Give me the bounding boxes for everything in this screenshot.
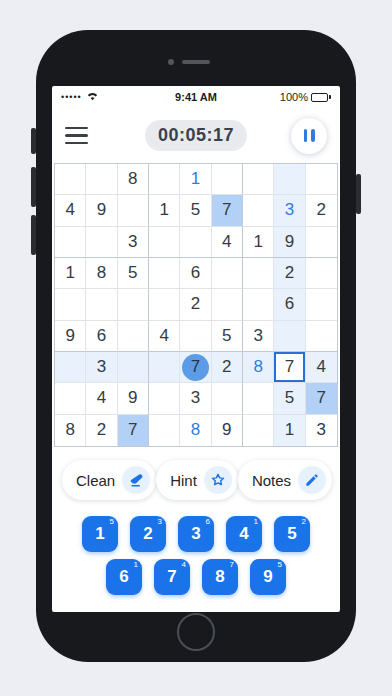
power-button xyxy=(356,174,361,214)
cell-r8c5[interactable]: 3 xyxy=(180,383,211,414)
cell-r3c2[interactable] xyxy=(86,227,117,258)
cell-r9c4[interactable] xyxy=(149,415,180,446)
numpad-button-2[interactable]: 23 xyxy=(130,516,166,552)
cell-r6c1[interactable]: 9 xyxy=(55,321,86,352)
pause-icon xyxy=(311,129,315,142)
numpad-button-1[interactable]: 15 xyxy=(82,516,118,552)
numpad-count-badge: 5 xyxy=(110,518,114,526)
cell-r8c9[interactable]: 7 xyxy=(306,383,337,414)
cell-r4c3[interactable]: 5 xyxy=(118,258,149,289)
cell-r9c1[interactable]: 8 xyxy=(55,415,86,446)
game-timer: 00:05:17 xyxy=(145,120,247,151)
cell-r9c6[interactable]: 9 xyxy=(212,415,243,446)
cell-r5c8[interactable]: 6 xyxy=(274,289,305,320)
cell-r6c9[interactable] xyxy=(306,321,337,352)
cell-r6c2[interactable]: 6 xyxy=(86,321,117,352)
numpad-row-2: 61748795 xyxy=(52,559,340,595)
numpad-button-7[interactable]: 74 xyxy=(154,559,190,595)
battery-icon xyxy=(311,93,331,102)
same-number-circle: 7 xyxy=(182,354,209,381)
cell-r4c2[interactable]: 8 xyxy=(86,258,117,289)
notes-button[interactable]: Notes xyxy=(238,460,332,500)
cell-r3c6[interactable]: 4 xyxy=(212,227,243,258)
cell-r5c2[interactable] xyxy=(86,289,117,320)
cell-r7c7[interactable]: 8 xyxy=(243,352,274,383)
cell-r9c7[interactable] xyxy=(243,415,274,446)
hint-button[interactable]: Hint xyxy=(156,460,238,500)
cell-r3c4[interactable] xyxy=(149,227,180,258)
cell-r8c2[interactable]: 4 xyxy=(86,383,117,414)
numpad-button-8[interactable]: 87 xyxy=(202,559,238,595)
numpad-button-3[interactable]: 36 xyxy=(178,516,214,552)
star-icon xyxy=(204,466,232,494)
pause-icon xyxy=(304,129,308,142)
cell-r2c6[interactable]: 7 xyxy=(212,195,243,226)
cell-r6c4[interactable]: 4 xyxy=(149,321,180,352)
cell-r3c9[interactable] xyxy=(306,227,337,258)
cell-r9c3[interactable]: 7 xyxy=(118,415,149,446)
notes-button-label: Notes xyxy=(252,472,291,489)
cell-r6c8[interactable] xyxy=(274,321,305,352)
cell-r4c4[interactable] xyxy=(149,258,180,289)
cell-r2c5[interactable]: 5 xyxy=(180,195,211,226)
numpad-count-badge: 4 xyxy=(182,561,186,569)
cell-r2c1[interactable]: 4 xyxy=(55,195,86,226)
numpad-button-9[interactable]: 95 xyxy=(250,559,286,595)
game-header: 00:05:17 xyxy=(52,108,340,163)
clean-button-label: Clean xyxy=(76,472,115,489)
cell-r1c4[interactable] xyxy=(149,164,180,195)
cell-r4c9[interactable] xyxy=(306,258,337,289)
cell-r8c3[interactable]: 9 xyxy=(118,383,149,414)
cell-r8c4[interactable] xyxy=(149,383,180,414)
cell-r9c8[interactable]: 1 xyxy=(274,415,305,446)
pencil-icon xyxy=(298,466,326,494)
tool-buttons: Clean Hint Notes xyxy=(52,460,340,500)
cell-r5c9[interactable] xyxy=(306,289,337,320)
cell-r4c5[interactable]: 6 xyxy=(180,258,211,289)
cell-r7c4[interactable] xyxy=(149,352,180,383)
cell-r7c6[interactable]: 2 xyxy=(212,352,243,383)
eraser-icon xyxy=(122,466,150,494)
home-button[interactable] xyxy=(177,613,215,651)
cell-r5c3[interactable] xyxy=(118,289,149,320)
front-camera xyxy=(168,59,174,65)
cell-r8c7[interactable] xyxy=(243,383,274,414)
cell-r6c6[interactable]: 5 xyxy=(212,321,243,352)
wifi-icon xyxy=(86,91,99,103)
cell-r7c2[interactable]: 3 xyxy=(86,352,117,383)
cell-r9c2[interactable]: 2 xyxy=(86,415,117,446)
numpad-count-badge: 2 xyxy=(302,518,306,526)
cell-r1c1[interactable] xyxy=(55,164,86,195)
cell-r8c6[interactable] xyxy=(212,383,243,414)
cell-r6c7[interactable]: 3 xyxy=(243,321,274,352)
cell-r9c9[interactable]: 3 xyxy=(306,415,337,446)
sudoku-board: 8149157323419185622696453372874493578278… xyxy=(54,163,338,447)
cell-r2c4[interactable]: 1 xyxy=(149,195,180,226)
status-time: 9:41 AM xyxy=(175,91,217,103)
cell-r1c2[interactable] xyxy=(86,164,117,195)
cell-r3c8[interactable]: 9 xyxy=(274,227,305,258)
cell-r1c3[interactable]: 8 xyxy=(118,164,149,195)
cell-r4c8[interactable]: 2 xyxy=(274,258,305,289)
cell-r3c3[interactable]: 3 xyxy=(118,227,149,258)
numpad-button-5[interactable]: 52 xyxy=(274,516,310,552)
cell-r5c1[interactable] xyxy=(55,289,86,320)
cell-r1c5[interactable]: 1 xyxy=(180,164,211,195)
numpad-count-badge: 7 xyxy=(230,561,234,569)
numpad-count-badge: 1 xyxy=(134,561,138,569)
cell-r6c5[interactable] xyxy=(180,321,211,352)
carrier-signal-dots: ••••• xyxy=(61,93,82,102)
cell-r2c8[interactable]: 3 xyxy=(274,195,305,226)
numpad-button-4[interactable]: 41 xyxy=(226,516,262,552)
numpad-count-badge: 1 xyxy=(254,518,258,526)
cell-r2c3[interactable] xyxy=(118,195,149,226)
clean-button[interactable]: Clean xyxy=(62,460,156,500)
numpad-count-badge: 6 xyxy=(206,518,210,526)
hint-button-label: Hint xyxy=(170,472,197,489)
cell-r1c7[interactable] xyxy=(243,164,274,195)
cell-r4c7[interactable] xyxy=(243,258,274,289)
cell-r7c9[interactable]: 4 xyxy=(306,352,337,383)
cell-r7c5[interactable]: 7 xyxy=(180,352,211,383)
numpad-count-badge: 5 xyxy=(278,561,282,569)
cell-r5c4[interactable] xyxy=(149,289,180,320)
cell-r3c1[interactable] xyxy=(55,227,86,258)
cell-r2c7[interactable] xyxy=(243,195,274,226)
cell-r3c5[interactable] xyxy=(180,227,211,258)
cell-r6c3[interactable] xyxy=(118,321,149,352)
phone-frame: ••••• 9:41 AM 100% 00:05:17 814915732341… xyxy=(36,30,356,662)
cell-r1c6[interactable] xyxy=(212,164,243,195)
cell-r5c7[interactable] xyxy=(243,289,274,320)
cell-r3c7[interactable]: 1 xyxy=(243,227,274,258)
numpad-button-6[interactable]: 61 xyxy=(106,559,142,595)
cell-r5c6[interactable] xyxy=(212,289,243,320)
cell-r7c8[interactable]: 7 xyxy=(274,352,305,383)
earpiece-speaker xyxy=(182,60,210,64)
numpad-row-1: 1523364152 xyxy=(52,516,340,552)
cell-r9c5[interactable]: 8 xyxy=(180,415,211,446)
cell-r8c8[interactable]: 5 xyxy=(274,383,305,414)
menu-button[interactable] xyxy=(65,127,88,145)
cell-r1c8[interactable] xyxy=(274,164,305,195)
status-bar: ••••• 9:41 AM 100% xyxy=(52,86,340,108)
cell-r8c1[interactable] xyxy=(55,383,86,414)
cell-r7c3[interactable] xyxy=(118,352,149,383)
cell-r2c9[interactable]: 2 xyxy=(306,195,337,226)
app-screen: ••••• 9:41 AM 100% 00:05:17 814915732341… xyxy=(52,86,340,612)
cell-r5c5[interactable]: 2 xyxy=(180,289,211,320)
cell-r7c1[interactable] xyxy=(55,352,86,383)
cell-r2c2[interactable]: 9 xyxy=(86,195,117,226)
cell-r4c6[interactable] xyxy=(212,258,243,289)
cell-r4c1[interactable]: 1 xyxy=(55,258,86,289)
numpad-count-badge: 3 xyxy=(158,518,162,526)
battery-percent: 100% xyxy=(280,91,308,103)
cell-r1c9[interactable] xyxy=(306,164,337,195)
pause-button[interactable] xyxy=(291,118,327,154)
